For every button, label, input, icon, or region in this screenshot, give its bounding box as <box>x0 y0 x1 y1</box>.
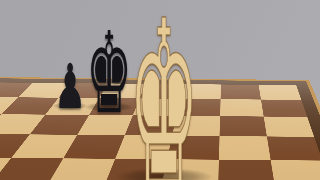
pieces-layer: ♟♚♚ <box>0 0 320 180</box>
chess-photo-stage: ♟♚♚ <box>0 0 320 180</box>
black-king-piece[interactable]: ♚ <box>86 17 132 129</box>
white-king-piece[interactable]: ♚ <box>128 0 199 180</box>
black-pawn-piece[interactable]: ♟ <box>54 56 86 118</box>
